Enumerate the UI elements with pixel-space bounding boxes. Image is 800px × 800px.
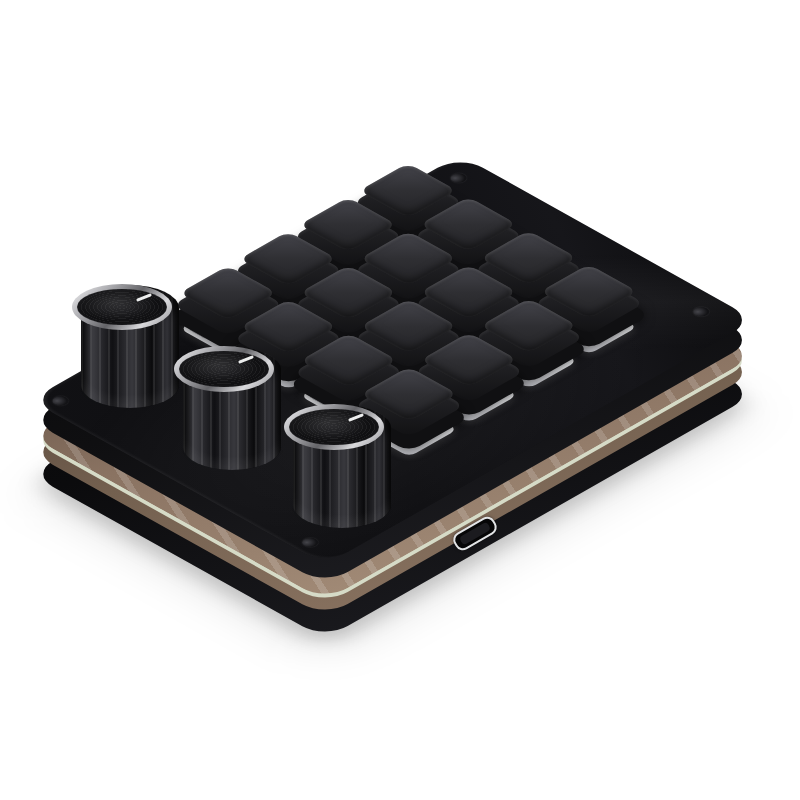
- rotary-knob: [286, 372, 398, 532]
- knob-top-face: [77, 289, 167, 325]
- knob-top-face: [179, 351, 269, 387]
- product-photo: [0, 0, 800, 800]
- rotary-knob: [74, 252, 186, 412]
- rotary-knob: [176, 314, 288, 474]
- knob-top-face: [289, 409, 379, 445]
